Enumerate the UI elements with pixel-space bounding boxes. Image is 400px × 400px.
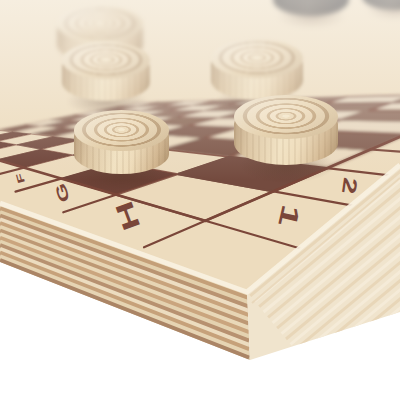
- rank-label-2: 2: [338, 176, 362, 195]
- board-3d: FGH12: [0, 0, 400, 400]
- board-photo: FGH12: [0, 0, 400, 400]
